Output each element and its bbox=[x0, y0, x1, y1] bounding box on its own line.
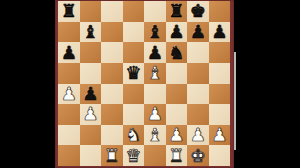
square-e5[interactable]: ♝ bbox=[144, 63, 166, 84]
square-e7[interactable]: ♝ bbox=[144, 22, 166, 43]
chess-board-frame: ♜♜♚♝♝♟♟♟♟♟♞♛♝♟♟♟♟♞♝♟♟♟♜♛♜♚ bbox=[55, 0, 234, 168]
square-e6[interactable]: ♟ bbox=[144, 42, 166, 63]
piece-black-king[interactable]: ♚ bbox=[190, 1, 206, 21]
scrollbar-thumb[interactable] bbox=[234, 52, 236, 150]
piece-white-pawn[interactable]: ♟ bbox=[82, 104, 98, 124]
square-a3[interactable] bbox=[58, 104, 80, 125]
square-a8[interactable]: ♜ bbox=[58, 1, 80, 22]
square-c7[interactable] bbox=[101, 22, 123, 43]
piece-white-pawn[interactable]: ♟ bbox=[190, 125, 206, 145]
square-b6[interactable] bbox=[80, 42, 102, 63]
square-h1[interactable] bbox=[209, 145, 231, 166]
piece-white-pawn[interactable]: ♟ bbox=[147, 104, 163, 124]
piece-black-pawn[interactable]: ♟ bbox=[61, 42, 77, 62]
square-c4[interactable] bbox=[101, 84, 123, 105]
square-d1[interactable]: ♛ bbox=[123, 145, 145, 166]
square-a6[interactable]: ♟ bbox=[58, 42, 80, 63]
square-b5[interactable] bbox=[80, 63, 102, 84]
square-h4[interactable] bbox=[209, 84, 231, 105]
square-c2[interactable] bbox=[101, 125, 123, 146]
square-f5[interactable] bbox=[166, 63, 188, 84]
piece-white-rook[interactable]: ♜ bbox=[168, 145, 184, 165]
square-c5[interactable] bbox=[101, 63, 123, 84]
piece-black-rook[interactable]: ♜ bbox=[168, 1, 184, 21]
square-h8[interactable] bbox=[209, 1, 231, 22]
chess-board: ♜♜♚♝♝♟♟♟♟♟♞♛♝♟♟♟♟♞♝♟♟♟♜♛♜♚ bbox=[58, 1, 230, 166]
square-f4[interactable] bbox=[166, 84, 188, 105]
piece-black-pawn[interactable]: ♟ bbox=[147, 42, 163, 62]
square-e4[interactable] bbox=[144, 84, 166, 105]
square-h5[interactable] bbox=[209, 63, 231, 84]
square-c3[interactable] bbox=[101, 104, 123, 125]
square-h7[interactable]: ♟ bbox=[209, 22, 231, 43]
square-a7[interactable] bbox=[58, 22, 80, 43]
square-e3[interactable]: ♟ bbox=[144, 104, 166, 125]
piece-black-bishop[interactable]: ♝ bbox=[147, 22, 163, 42]
square-e2[interactable]: ♝ bbox=[144, 125, 166, 146]
piece-black-rook[interactable]: ♜ bbox=[61, 1, 77, 21]
square-a4[interactable]: ♟ bbox=[58, 84, 80, 105]
square-c8[interactable] bbox=[101, 1, 123, 22]
square-e8[interactable] bbox=[144, 1, 166, 22]
square-g1[interactable]: ♚ bbox=[187, 145, 209, 166]
piece-black-bishop[interactable]: ♝ bbox=[82, 22, 98, 42]
piece-white-pawn[interactable]: ♟ bbox=[168, 125, 184, 145]
square-d8[interactable] bbox=[123, 1, 145, 22]
piece-white-queen[interactable]: ♛ bbox=[125, 145, 141, 165]
square-d2[interactable]: ♞ bbox=[123, 125, 145, 146]
square-c6[interactable] bbox=[101, 42, 123, 63]
square-a1[interactable] bbox=[58, 145, 80, 166]
square-g8[interactable]: ♚ bbox=[187, 1, 209, 22]
piece-white-rook[interactable]: ♜ bbox=[104, 145, 120, 165]
piece-black-pawn[interactable]: ♟ bbox=[168, 22, 184, 42]
square-a2[interactable] bbox=[58, 125, 80, 146]
square-g2[interactable]: ♟ bbox=[187, 125, 209, 146]
square-b7[interactable]: ♝ bbox=[80, 22, 102, 43]
square-g3[interactable] bbox=[187, 104, 209, 125]
square-b8[interactable] bbox=[80, 1, 102, 22]
square-g5[interactable] bbox=[187, 63, 209, 84]
square-f1[interactable]: ♜ bbox=[166, 145, 188, 166]
square-b4[interactable]: ♟ bbox=[80, 84, 102, 105]
square-g4[interactable] bbox=[187, 84, 209, 105]
square-d6[interactable] bbox=[123, 42, 145, 63]
piece-black-pawn[interactable]: ♟ bbox=[82, 84, 98, 104]
square-g7[interactable]: ♟ bbox=[187, 22, 209, 43]
square-d7[interactable] bbox=[123, 22, 145, 43]
piece-black-knight[interactable]: ♞ bbox=[168, 42, 184, 62]
square-c1[interactable]: ♜ bbox=[101, 145, 123, 166]
piece-white-king[interactable]: ♚ bbox=[190, 145, 206, 165]
piece-white-bishop[interactable]: ♝ bbox=[147, 125, 163, 145]
square-f6[interactable]: ♞ bbox=[166, 42, 188, 63]
square-b3[interactable]: ♟ bbox=[80, 104, 102, 125]
square-f2[interactable]: ♟ bbox=[166, 125, 188, 146]
square-d3[interactable] bbox=[123, 104, 145, 125]
square-b2[interactable] bbox=[80, 125, 102, 146]
square-h2[interactable]: ♟ bbox=[209, 125, 231, 146]
piece-white-bishop[interactable]: ♝ bbox=[147, 63, 163, 83]
square-f7[interactable]: ♟ bbox=[166, 22, 188, 43]
piece-white-pawn[interactable]: ♟ bbox=[211, 125, 227, 145]
square-f3[interactable] bbox=[166, 104, 188, 125]
square-a5[interactable] bbox=[58, 63, 80, 84]
piece-black-pawn[interactable]: ♟ bbox=[211, 22, 227, 42]
piece-white-knight[interactable]: ♞ bbox=[125, 125, 141, 145]
app-background: ♜♜♚♝♝♟♟♟♟♟♞♛♝♟♟♟♟♞♝♟♟♟♜♛♜♚ bbox=[0, 0, 300, 168]
square-d4[interactable] bbox=[123, 84, 145, 105]
piece-white-pawn[interactable]: ♟ bbox=[61, 84, 77, 104]
piece-black-queen[interactable]: ♛ bbox=[125, 63, 141, 83]
square-d5[interactable]: ♛ bbox=[123, 63, 145, 84]
square-f8[interactable]: ♜ bbox=[166, 1, 188, 22]
square-b1[interactable] bbox=[80, 145, 102, 166]
square-g6[interactable] bbox=[187, 42, 209, 63]
square-h3[interactable] bbox=[209, 104, 231, 125]
square-e1[interactable] bbox=[144, 145, 166, 166]
piece-black-pawn[interactable]: ♟ bbox=[190, 22, 206, 42]
square-h6[interactable] bbox=[209, 42, 231, 63]
